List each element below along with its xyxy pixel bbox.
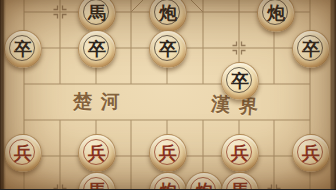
piece-glyph: 炮 bbox=[159, 182, 177, 190]
marker-red-cannon-home-h7 bbox=[266, 183, 282, 189]
piece-glyph: 炮 bbox=[195, 182, 213, 190]
marker-black-pawn-home-g3 bbox=[231, 40, 247, 56]
piece-glyph: 兵 bbox=[231, 144, 249, 162]
piece-glyph: 兵 bbox=[14, 144, 32, 162]
piece-black-pawn-a[interactable]: 卒 bbox=[4, 30, 42, 68]
piece-red-pawn-e[interactable]: 兵 bbox=[149, 134, 187, 172]
piece-red-pawn-c[interactable]: 兵 bbox=[78, 134, 116, 172]
piece-glyph: 馬 bbox=[88, 182, 106, 190]
piece-black-pawn-c[interactable]: 卒 bbox=[78, 30, 116, 68]
marker-black-cannon-home-b2 bbox=[52, 4, 68, 20]
piece-black-pawn-i[interactable]: 卒 bbox=[292, 30, 330, 68]
piece-glyph: 炮 bbox=[267, 4, 285, 22]
piece-glyph: 兵 bbox=[302, 144, 320, 162]
piece-glyph: 卒 bbox=[159, 40, 177, 58]
river-label-chu-he: 楚河 bbox=[73, 89, 129, 115]
piece-glyph: 卒 bbox=[88, 40, 106, 58]
piece-black-pawn-e[interactable]: 卒 bbox=[149, 30, 187, 68]
piece-glyph: 馬 bbox=[88, 4, 106, 22]
piece-glyph: 卒 bbox=[302, 40, 320, 58]
piece-glyph: 兵 bbox=[88, 144, 106, 162]
piece-red-pawn-i[interactable]: 兵 bbox=[292, 134, 330, 172]
xiangqi-board[interactable]: 楚河 漢界 馬炮炮卒卒卒卒卒兵兵兵兵兵馬炮炮馬 bbox=[0, 0, 336, 189]
piece-glyph: 卒 bbox=[231, 72, 249, 90]
marker-red-cannon-home-b7 bbox=[52, 183, 68, 189]
piece-glyph: 炮 bbox=[159, 4, 177, 22]
piece-red-pawn-g[interactable]: 兵 bbox=[221, 134, 259, 172]
piece-glyph: 卒 bbox=[14, 40, 32, 58]
piece-red-pawn-a[interactable]: 兵 bbox=[4, 134, 42, 172]
piece-black-pawn-g-advanced[interactable]: 卒 bbox=[221, 62, 259, 100]
piece-glyph: 馬 bbox=[231, 182, 249, 190]
piece-glyph: 兵 bbox=[159, 144, 177, 162]
